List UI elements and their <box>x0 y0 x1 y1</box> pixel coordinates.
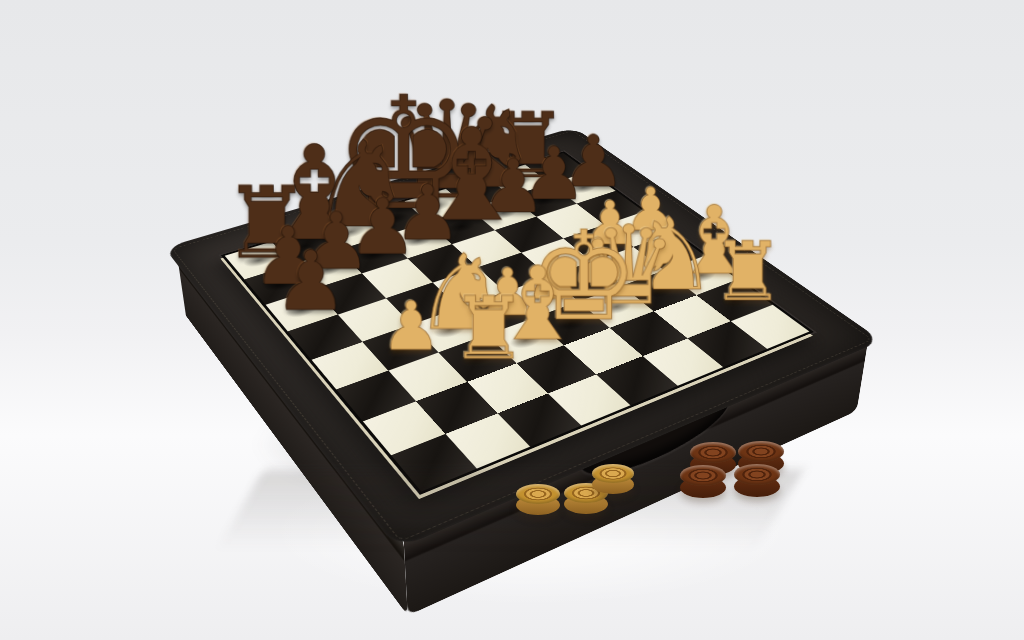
checker-top <box>680 465 726 486</box>
checker-piece-light <box>516 484 560 515</box>
checker-top <box>734 464 780 485</box>
checker-top <box>592 464 634 483</box>
checkers-pieces-group <box>0 0 1024 640</box>
checker-piece-dark <box>680 465 726 498</box>
checker-top <box>738 441 784 462</box>
checker-piece-dark <box>734 464 780 497</box>
checker-piece-light <box>592 464 634 494</box>
product-photo-scene: ♜♝♞♚♛♞♜♟♟♟♟♝♟♟♟♟♟♟♟♞♟♟♟♜♝♚♛♞♝♜ <box>0 0 1024 640</box>
checker-top <box>690 442 736 463</box>
checker-top <box>516 484 560 504</box>
